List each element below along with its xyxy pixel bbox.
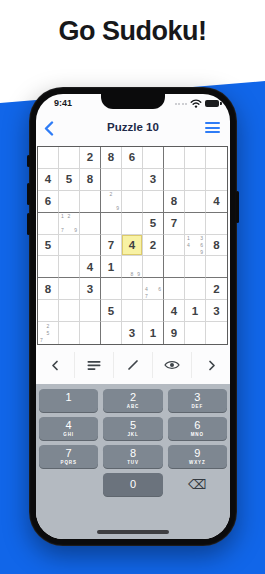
grid-cell-r3c2[interactable] [59,191,80,213]
grid-cell-r9c3[interactable] [80,322,101,344]
grid-cell-r5c2[interactable] [59,235,80,257]
grid-cell-r8c4[interactable]: 5 [101,300,122,322]
key-letters: DEF [191,404,203,409]
grid-cell-r7c4[interactable] [101,278,122,300]
game-toolbar [36,352,230,378]
pencil-marks: 29 [101,191,121,212]
pencil-marks: 257 [38,322,58,344]
grid-cell-r5c3[interactable] [80,235,101,257]
app-screenshot: Go Sudoku! 9:41 [0,0,265,574]
key-digit: 7 [66,448,72,459]
key-letters: JKL [127,432,138,437]
eye-icon [164,359,180,371]
status-icons [175,99,220,108]
grid-cell-r1c2[interactable] [59,147,80,169]
grid-cell-r7c7[interactable] [164,278,185,300]
nav-bar: Puzzle 10 [36,118,230,140]
key-digit: 6 [194,420,200,431]
grid-cell-r3c5[interactable] [122,191,143,213]
grid-cell-r4c2[interactable]: 1279 [59,213,80,235]
pencil-marks: 89 [122,256,142,277]
grid-cell-r7c5[interactable] [122,278,143,300]
grid-cell-r6c2[interactable] [59,256,80,278]
menu-button[interactable] [205,122,220,133]
grid-cell-r2c3[interactable]: 8 [80,169,101,191]
grid-cell-r5c5[interactable]: 4 [122,235,143,257]
grid-cell-r4c9[interactable] [206,213,227,235]
grid-cell-r3c9[interactable]: 4 [206,191,227,213]
phone-frame: 9:41 Puzzle 10 286458362 [29,87,237,546]
grid-cell-r9c8[interactable] [185,322,206,344]
grid-cell-r8c7[interactable]: 4 [164,300,185,322]
grid-cell-r3c6[interactable] [143,191,164,213]
grid-cell-r8c8[interactable]: 1 [185,300,206,322]
next-button[interactable] [191,352,230,378]
grid-cell-r5c4[interactable]: 7 [101,235,122,257]
grid-cell-r7c9[interactable]: 2 [206,278,227,300]
grid-cell-r4c6[interactable]: 5 [143,213,164,235]
grid-cell-r4c3[interactable] [80,213,101,235]
home-indicator[interactable] [97,530,169,534]
grid-cell-r3c1[interactable]: 6 [38,191,59,213]
key-digit: 0 [130,479,136,490]
previous-button[interactable] [36,352,74,378]
key-2[interactable]: 2ABC [103,389,162,412]
pencil-marks: 13469 [185,235,205,256]
grid-cell-r5c7[interactable] [164,235,185,257]
key-letters: WXYZ [189,460,206,465]
key-letters: ABC [127,404,139,409]
grid-cell-r1c3[interactable]: 2 [80,147,101,169]
grid-cell-r5c8[interactable]: 13469 [185,235,206,257]
grid-cell-r8c9[interactable]: 3 [206,300,227,322]
volume-up-button [27,183,30,205]
grid-cell-r3c7[interactable]: 8 [164,191,185,213]
grid-cell-r5c9[interactable]: 8 [206,235,227,257]
grid-cell-r6c1[interactable] [38,256,59,278]
grid-cell-r4c7[interactable]: 7 [164,213,185,235]
grid-cell-r8c2[interactable] [59,300,80,322]
key-6[interactable]: 6MNO [168,417,227,440]
grid-cell-r4c1[interactable] [38,213,59,235]
notes-button[interactable] [74,352,113,378]
pencil-marks: 467 [143,278,163,299]
phone-screen: 9:41 Puzzle 10 286458362 [36,94,230,539]
grid-cell-r2c4[interactable] [101,169,122,191]
grid-cell-r2c6[interactable]: 3 [143,169,164,191]
grid-cell-r2c7[interactable] [164,169,185,191]
grid-cell-r1c5[interactable]: 6 [122,147,143,169]
number-keypad: 12ABC3DEF4GHI5JKL6MNO7PQRS8TUV9WXYZ0⌫ [36,384,230,539]
grid-cell-r7c6[interactable]: 467 [143,278,164,300]
grid-cell-r2c2[interactable]: 5 [59,169,80,191]
battery-icon [205,100,219,107]
grid-cell-r9c2[interactable] [59,322,80,344]
grid-cell-r7c3[interactable]: 3 [80,278,101,300]
side-button [27,155,30,167]
notes-lines-icon [87,360,101,371]
grid-cell-r5c6[interactable]: 2 [143,235,164,257]
grid-cell-r9c6[interactable]: 1 [143,322,164,344]
grid-cell-r4c8[interactable] [185,213,206,235]
key-1[interactable]: 1 [39,389,98,412]
grid-cell-r6c4[interactable]: 1 [101,256,122,278]
key-digit: 1 [66,392,72,403]
pencil-icon [127,359,139,371]
nav-title: Puzzle 10 [36,121,230,133]
grid-cell-r6c6[interactable] [143,256,164,278]
key-letters: MNO [191,432,204,437]
grid-cell-r2c9[interactable] [206,169,227,191]
cellular-signal-icon [175,103,188,105]
key-7[interactable]: 7PQRS [39,445,98,468]
page-title: Go Sudoku! [0,16,265,47]
reveal-button[interactable] [152,352,191,378]
pencil-button[interactable] [113,352,152,378]
grid-cell-r8c1[interactable] [38,300,59,322]
key-digit: 8 [130,448,136,459]
key-letters: GHI [63,432,74,437]
grid-cell-r9c1[interactable]: 257 [38,322,59,344]
chevron-left-icon [50,360,61,371]
backspace-key[interactable]: ⌫ [168,473,227,496]
key-letters: TUV [127,460,139,465]
grid-cell-r6c3[interactable]: 4 [80,256,101,278]
grid-cell-r3c8[interactable] [185,191,206,213]
grid-cell-r1c1[interactable] [38,147,59,169]
volume-down-button [27,213,30,235]
grid-cell-r1c7[interactable] [164,147,185,169]
grid-cell-r3c3[interactable] [80,191,101,213]
grid-cell-r6c9[interactable] [206,256,227,278]
pencil-marks: 1279 [59,213,79,234]
grid-cell-r1c6[interactable] [143,147,164,169]
grid-cell-r9c4[interactable] [101,322,122,344]
key-digit: 9 [194,448,200,459]
wifi-icon [190,99,202,108]
grid-cell-r1c8[interactable] [185,147,206,169]
grid-cell-r7c2[interactable] [59,278,80,300]
grid-cell-r9c9[interactable] [206,322,227,344]
keypad-spacer [39,473,98,496]
grid-cell-r5c1[interactable]: 5 [38,235,59,257]
grid-cell-r9c7[interactable]: 9 [164,322,185,344]
grid-cell-r8c5[interactable] [122,300,143,322]
key-digit: 5 [130,420,136,431]
grid-cell-r2c5[interactable] [122,169,143,191]
key-3[interactable]: 3DEF [168,389,227,412]
grid-cell-r4c5[interactable] [122,213,143,235]
key-digit: 4 [66,420,72,431]
status-time: 9:41 [54,98,72,108]
grid-cell-r7c8[interactable] [185,278,206,300]
chevron-right-icon [206,360,217,371]
key-5[interactable]: 5JKL [103,417,162,440]
key-letters: PQRS [60,460,76,465]
grid-cell-r4c4[interactable] [101,213,122,235]
grid-cell-r9c5[interactable]: 3 [122,322,143,344]
status-bar: 9:41 [36,98,230,111]
grid-cell-r6c8[interactable] [185,256,206,278]
grid-cell-r6c5[interactable]: 89 [122,256,143,278]
key-digit: 2 [130,392,136,403]
grid-cell-r8c3[interactable] [80,300,101,322]
grid-cell-r2c8[interactable] [185,169,206,191]
grid-cell-r7c1[interactable]: 8 [38,278,59,300]
grid-cell-r1c9[interactable] [206,147,227,169]
sudoku-grid: 2864583629841279575742134698418983467254… [37,146,228,345]
key-9[interactable]: 9WXYZ [168,445,227,468]
power-button [236,191,239,223]
key-4[interactable]: 4GHI [39,417,98,440]
grid-cell-r3c4[interactable]: 29 [101,191,122,213]
key-0[interactable]: 0 [103,473,162,496]
key-digit: 3 [194,392,200,403]
grid-cell-r1c4[interactable]: 8 [101,147,122,169]
grid-cell-r2c1[interactable]: 4 [38,169,59,191]
grid-cell-r6c7[interactable] [164,256,185,278]
key-8[interactable]: 8TUV [103,445,162,468]
grid-cell-r8c6[interactable] [143,300,164,322]
